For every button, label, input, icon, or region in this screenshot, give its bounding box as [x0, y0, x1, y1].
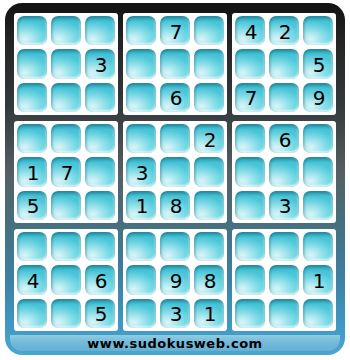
cell-digit: 9 — [170, 271, 183, 291]
box-1-2: 76 — [123, 13, 227, 115]
cell-r8c3[interactable]: 6 — [85, 265, 115, 294]
cell-digit: 3 — [95, 55, 108, 75]
box-1-3: 42579 — [232, 13, 336, 115]
cell-r8c6[interactable]: 8 — [194, 265, 224, 294]
cell-r9c7[interactable] — [235, 299, 265, 328]
cell-r7c1[interactable] — [17, 232, 47, 261]
cell-digit: 9 — [313, 88, 326, 108]
cell-digit: 4 — [27, 271, 40, 291]
cell-r2c3[interactable]: 3 — [85, 49, 115, 78]
cell-r1c9[interactable] — [303, 16, 333, 45]
cell-digit: 7 — [61, 163, 74, 183]
cell-r3c8[interactable] — [269, 83, 299, 112]
cell-r8c9[interactable]: 1 — [303, 265, 333, 294]
cell-r8c5[interactable]: 9 — [160, 265, 190, 294]
cell-r9c6[interactable]: 1 — [194, 299, 224, 328]
cell-digit: 8 — [170, 196, 183, 216]
cell-r3c6[interactable] — [194, 83, 224, 112]
cell-r3c2[interactable] — [51, 83, 81, 112]
cell-r1c6[interactable] — [194, 16, 224, 45]
cell-r5c1[interactable]: 1 — [17, 157, 47, 186]
cell-r2c9[interactable]: 5 — [303, 49, 333, 78]
cell-r2c2[interactable] — [51, 49, 81, 78]
box-3-2: 9831 — [123, 229, 227, 331]
site-link-bar: www.sudokusweb.com — [10, 335, 340, 351]
cell-r5c5[interactable] — [160, 157, 190, 186]
cell-r9c4[interactable] — [126, 299, 156, 328]
cell-r6c5[interactable]: 8 — [160, 191, 190, 220]
cell-r4c9[interactable] — [303, 124, 333, 153]
cell-r7c3[interactable] — [85, 232, 115, 261]
cell-r4c3[interactable] — [85, 124, 115, 153]
cell-r5c8[interactable] — [269, 157, 299, 186]
site-url-link[interactable]: www.sudokusweb.com — [87, 336, 262, 351]
cell-digit: 6 — [279, 130, 292, 150]
cell-r8c2[interactable] — [51, 265, 81, 294]
cell-r7c2[interactable] — [51, 232, 81, 261]
cell-r9c3[interactable]: 5 — [85, 299, 115, 328]
cell-r1c3[interactable] — [85, 16, 115, 45]
cell-r5c9[interactable] — [303, 157, 333, 186]
cell-digit: 3 — [279, 196, 292, 216]
cell-digit: 5 — [95, 304, 108, 324]
box-1-1: 3 — [14, 13, 118, 115]
sudoku-page: 3764257917523186346598311 www.sudokusweb… — [0, 0, 350, 360]
cell-r7c7[interactable] — [235, 232, 265, 261]
box-2-1: 175 — [14, 121, 118, 223]
cell-r1c4[interactable] — [126, 16, 156, 45]
cell-r5c6[interactable] — [194, 157, 224, 186]
cell-r6c4[interactable]: 1 — [126, 191, 156, 220]
cell-r7c5[interactable] — [160, 232, 190, 261]
cell-r8c8[interactable] — [269, 265, 299, 294]
cell-digit: 7 — [245, 88, 258, 108]
cell-r6c7[interactable] — [235, 191, 265, 220]
cell-r4c6[interactable]: 2 — [194, 124, 224, 153]
board-frame: 3764257917523186346598311 www.sudokusweb… — [5, 3, 345, 355]
cell-r4c1[interactable] — [17, 124, 47, 153]
cell-r7c6[interactable] — [194, 232, 224, 261]
cell-r9c1[interactable] — [17, 299, 47, 328]
cell-r9c8[interactable] — [269, 299, 299, 328]
cell-digit: 2 — [204, 130, 217, 150]
cell-r4c7[interactable] — [235, 124, 265, 153]
cell-r6c9[interactable] — [303, 191, 333, 220]
cell-r6c2[interactable] — [51, 191, 81, 220]
cell-digit: 1 — [27, 163, 40, 183]
cell-r7c8[interactable] — [269, 232, 299, 261]
cell-r3c7[interactable]: 7 — [235, 83, 265, 112]
cell-r6c8[interactable]: 3 — [269, 191, 299, 220]
cell-r3c3[interactable] — [85, 83, 115, 112]
cell-r3c9[interactable]: 9 — [303, 83, 333, 112]
cell-r6c6[interactable] — [194, 191, 224, 220]
cell-r7c4[interactable] — [126, 232, 156, 261]
cell-r5c3[interactable] — [85, 157, 115, 186]
cell-digit: 2 — [279, 22, 292, 42]
cell-digit: 8 — [204, 271, 217, 291]
cell-r5c7[interactable] — [235, 157, 265, 186]
cell-r5c4[interactable]: 3 — [126, 157, 156, 186]
cell-r2c5[interactable] — [160, 49, 190, 78]
cell-r4c4[interactable] — [126, 124, 156, 153]
cell-r1c7[interactable]: 4 — [235, 16, 265, 45]
cell-r1c2[interactable] — [51, 16, 81, 45]
cell-r3c5[interactable]: 6 — [160, 83, 190, 112]
cell-r2c7[interactable] — [235, 49, 265, 78]
box-2-2: 2318 — [123, 121, 227, 223]
cell-digit: 7 — [170, 22, 183, 42]
cell-digit: 1 — [313, 271, 326, 291]
cell-digit: 3 — [136, 163, 149, 183]
cell-r6c3[interactable] — [85, 191, 115, 220]
cell-digit: 1 — [204, 304, 217, 324]
cell-r1c8[interactable]: 2 — [269, 16, 299, 45]
cell-r3c1[interactable] — [17, 83, 47, 112]
cell-digit: 1 — [136, 196, 149, 216]
box-3-1: 465 — [14, 229, 118, 331]
cell-digit: 6 — [170, 88, 183, 108]
cell-r2c6[interactable] — [194, 49, 224, 78]
cell-r4c2[interactable] — [51, 124, 81, 153]
cell-r2c4[interactable] — [126, 49, 156, 78]
cell-r4c8[interactable]: 6 — [269, 124, 299, 153]
cell-digit: 4 — [245, 22, 258, 42]
box-2-3: 63 — [232, 121, 336, 223]
cell-digit: 5 — [313, 55, 326, 75]
box-3-3: 1 — [232, 229, 336, 331]
cell-r2c1[interactable] — [17, 49, 47, 78]
cell-r9c2[interactable] — [51, 299, 81, 328]
cell-r7c9[interactable] — [303, 232, 333, 261]
cell-digit: 3 — [170, 304, 183, 324]
cell-r8c7[interactable] — [235, 265, 265, 294]
cell-r9c9[interactable] — [303, 299, 333, 328]
cell-r8c1[interactable]: 4 — [17, 265, 47, 294]
cell-r8c4[interactable] — [126, 265, 156, 294]
cell-r6c1[interactable]: 5 — [17, 191, 47, 220]
cell-r9c5[interactable]: 3 — [160, 299, 190, 328]
sudoku-board: 3764257917523186346598311 — [14, 13, 336, 331]
cell-digit: 5 — [27, 196, 40, 216]
cell-digit: 6 — [95, 271, 108, 291]
cell-r5c2[interactable]: 7 — [51, 157, 81, 186]
cell-r1c5[interactable]: 7 — [160, 16, 190, 45]
cell-r1c1[interactable] — [17, 16, 47, 45]
cell-r3c4[interactable] — [126, 83, 156, 112]
cell-r4c5[interactable] — [160, 124, 190, 153]
cell-r2c8[interactable] — [269, 49, 299, 78]
